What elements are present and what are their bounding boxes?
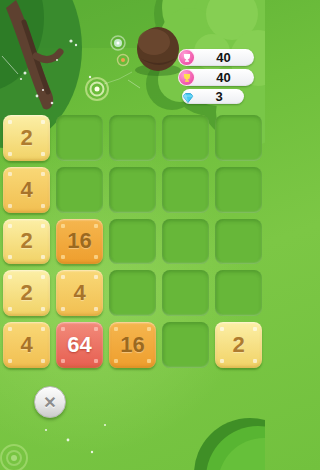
empty-cell xyxy=(109,115,156,161)
counter-trophy-white[interactable]: 40 xyxy=(181,49,254,66)
close-button[interactable]: ✕ xyxy=(34,386,66,418)
tile-4[interactable]: 4 xyxy=(3,167,50,213)
empty-cell xyxy=(215,167,262,213)
trophy-white-icon xyxy=(178,49,195,66)
empty-cell xyxy=(56,115,103,161)
empty-cell xyxy=(109,270,156,316)
gem-icon xyxy=(179,89,196,106)
tile-4[interactable]: 4 xyxy=(3,322,50,368)
bush-bottom-right xyxy=(194,418,265,470)
counter-trophy-gold[interactable]: 40 xyxy=(181,69,254,86)
tile-2[interactable]: 2 xyxy=(215,322,262,368)
empty-cell xyxy=(162,322,209,368)
empty-cell xyxy=(215,270,262,316)
trophy-gold-icon xyxy=(178,69,195,86)
tile-16[interactable]: 16 xyxy=(109,322,156,368)
sparkle-ring-orange xyxy=(118,55,129,66)
empty-cell xyxy=(109,167,156,213)
tile-2[interactable]: 2 xyxy=(3,115,50,161)
counter-gems[interactable]: 3 xyxy=(182,89,244,104)
empty-cell xyxy=(56,167,103,213)
empty-cell xyxy=(162,219,209,265)
board: 2421624464162 xyxy=(3,115,262,368)
tile-64[interactable]: 64 xyxy=(56,322,103,368)
empty-cell xyxy=(162,115,209,161)
game-screen: { "game": "2048-style number merge puzzl… xyxy=(0,0,265,470)
tile-2[interactable]: 2 xyxy=(3,270,50,316)
tile-2[interactable]: 2 xyxy=(3,219,50,265)
empty-cell xyxy=(215,219,262,265)
empty-cell xyxy=(162,167,209,213)
empty-cell xyxy=(162,270,209,316)
sparkle-ring-large xyxy=(86,78,108,100)
tile-4[interactable]: 4 xyxy=(56,270,103,316)
empty-cell xyxy=(215,115,262,161)
sparkle-ring-bottom-left xyxy=(1,445,27,470)
empty-cell xyxy=(109,219,156,265)
tile-16[interactable]: 16 xyxy=(56,219,103,265)
